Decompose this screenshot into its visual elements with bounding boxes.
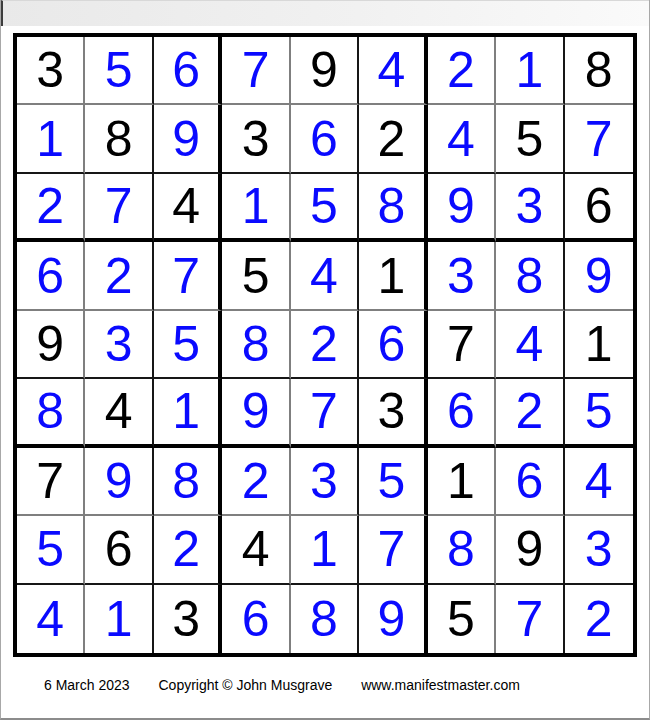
sudoku-cell-r8c1: 5 <box>17 516 85 584</box>
sudoku-cell-r4c8: 8 <box>496 242 564 310</box>
sudoku-cell-r7c7: 1 <box>428 448 496 516</box>
solved-digit: 6 <box>310 114 338 164</box>
solved-digit: 3 <box>515 181 543 231</box>
sudoku-cell-r5c6: 6 <box>359 311 427 379</box>
footer: 6 March 2023 Copyright © John Musgrave w… <box>1 677 649 693</box>
solved-digit: 3 <box>105 319 133 369</box>
solved-digit: 7 <box>515 594 543 644</box>
sudoku-cell-r2c3: 9 <box>154 105 222 173</box>
sudoku-cell-r5c3: 5 <box>154 311 222 379</box>
sudoku-cell-r4c9: 9 <box>565 242 633 310</box>
solved-digit: 8 <box>172 456 200 506</box>
solved-digit: 8 <box>515 251 543 301</box>
solved-digit: 9 <box>378 594 406 644</box>
given-digit: 4 <box>105 386 133 436</box>
solved-digit: 1 <box>515 45 543 95</box>
solved-digit: 5 <box>585 386 613 436</box>
solved-digit: 8 <box>310 594 338 644</box>
sudoku-cell-r2c2: 8 <box>85 105 153 173</box>
sudoku-cell-r3c5: 5 <box>291 174 359 242</box>
solved-digit: 9 <box>447 181 475 231</box>
sudoku-cell-r8c9: 3 <box>565 516 633 584</box>
sudoku-cell-r3c3: 4 <box>154 174 222 242</box>
given-digit: 7 <box>447 319 475 369</box>
sudoku-cell-r2c7: 4 <box>428 105 496 173</box>
sudoku-cell-r6c4: 9 <box>222 379 290 447</box>
sudoku-cell-r1c7: 2 <box>428 37 496 105</box>
footer-website: www.manifestmaster.com <box>361 677 520 693</box>
sudoku-cell-r5c8: 4 <box>496 311 564 379</box>
solved-digit: 3 <box>585 524 613 574</box>
sudoku-cell-r9c3: 3 <box>154 585 222 653</box>
sudoku-cell-r9c2: 1 <box>85 585 153 653</box>
solved-digit: 4 <box>515 319 543 369</box>
solved-digit: 8 <box>378 181 406 231</box>
given-digit: 4 <box>172 181 200 231</box>
given-digit: 5 <box>242 251 270 301</box>
solved-digit: 1 <box>36 114 64 164</box>
solved-digit: 1 <box>310 524 338 574</box>
sudoku-cell-r5c1: 9 <box>17 311 85 379</box>
sudoku-cell-r3c1: 2 <box>17 174 85 242</box>
solved-digit: 5 <box>310 181 338 231</box>
solved-digit: 9 <box>585 251 613 301</box>
sudoku-cell-r8c5: 1 <box>291 516 359 584</box>
given-digit: 9 <box>36 319 64 369</box>
given-digit: 5 <box>515 114 543 164</box>
sudoku-cell-r3c9: 6 <box>565 174 633 242</box>
given-digit: 1 <box>447 456 475 506</box>
sudoku-cell-r5c9: 1 <box>565 311 633 379</box>
solved-digit: 7 <box>172 251 200 301</box>
sudoku-cell-r2c8: 5 <box>496 105 564 173</box>
solved-digit: 8 <box>36 386 64 436</box>
solved-digit: 8 <box>242 319 270 369</box>
solved-digit: 6 <box>242 594 270 644</box>
solved-digit: 4 <box>378 45 406 95</box>
solved-digit: 2 <box>36 181 64 231</box>
solved-digit: 7 <box>242 45 270 95</box>
solved-digit: 2 <box>172 524 200 574</box>
solved-digit: 2 <box>105 251 133 301</box>
solved-digit: 2 <box>310 319 338 369</box>
given-digit: 6 <box>585 181 613 231</box>
sudoku-cell-r5c4: 8 <box>222 311 290 379</box>
solved-digit: 6 <box>36 251 64 301</box>
given-digit: 9 <box>310 45 338 95</box>
given-digit: 8 <box>105 114 133 164</box>
solved-digit: 6 <box>515 456 543 506</box>
given-digit: 4 <box>242 524 270 574</box>
given-digit: 6 <box>105 524 133 574</box>
solved-digit: 8 <box>447 524 475 574</box>
solved-digit: 7 <box>105 181 133 231</box>
sudoku-cell-r1c9: 8 <box>565 37 633 105</box>
solved-digit: 5 <box>36 524 64 574</box>
solved-digit: 2 <box>242 456 270 506</box>
solved-digit: 4 <box>447 114 475 164</box>
sudoku-cell-r5c7: 7 <box>428 311 496 379</box>
sudoku-cell-r7c8: 6 <box>496 448 564 516</box>
sudoku-cell-r1c3: 6 <box>154 37 222 105</box>
given-digit: 8 <box>585 45 613 95</box>
sudoku-cell-r6c8: 2 <box>496 379 564 447</box>
solved-digit: 2 <box>447 45 475 95</box>
sudoku-cell-r7c9: 4 <box>565 448 633 516</box>
sudoku-cell-r4c4: 5 <box>222 242 290 310</box>
sudoku-cell-r7c1: 7 <box>17 448 85 516</box>
sudoku-cell-r6c1: 8 <box>17 379 85 447</box>
sudoku-cell-r8c2: 6 <box>85 516 153 584</box>
sudoku-cell-r3c7: 9 <box>428 174 496 242</box>
sudoku-cell-r8c7: 8 <box>428 516 496 584</box>
sudoku-cell-r3c2: 7 <box>85 174 153 242</box>
sudoku-cell-r6c2: 4 <box>85 379 153 447</box>
solved-digit: 2 <box>585 594 613 644</box>
solved-digit: 1 <box>172 386 200 436</box>
sudoku-cell-r4c6: 1 <box>359 242 427 310</box>
given-digit: 3 <box>378 386 406 436</box>
sudoku-cell-r1c1: 3 <box>17 37 85 105</box>
given-digit: 7 <box>36 456 64 506</box>
footer-date: 6 March 2023 <box>44 677 130 693</box>
sudoku-cell-r7c6: 5 <box>359 448 427 516</box>
solved-digit: 2 <box>515 386 543 436</box>
solved-digit: 9 <box>242 386 270 436</box>
sudoku-board: 3567942181893624572741589366275413899358… <box>13 33 637 657</box>
sudoku-cell-r9c1: 4 <box>17 585 85 653</box>
given-digit: 9 <box>515 524 543 574</box>
solved-digit: 9 <box>172 114 200 164</box>
sudoku-cell-r9c5: 8 <box>291 585 359 653</box>
window-top-bar <box>1 0 649 26</box>
solved-digit: 5 <box>172 319 200 369</box>
solved-digit: 3 <box>310 456 338 506</box>
solved-digit: 7 <box>378 524 406 574</box>
solved-digit: 1 <box>105 594 133 644</box>
sudoku-cell-r1c4: 7 <box>222 37 290 105</box>
sudoku-cell-r1c2: 5 <box>85 37 153 105</box>
sudoku-cell-r9c8: 7 <box>496 585 564 653</box>
sudoku-cell-r1c8: 1 <box>496 37 564 105</box>
given-digit: 3 <box>172 594 200 644</box>
sudoku-cell-r3c8: 3 <box>496 174 564 242</box>
solved-digit: 7 <box>585 114 613 164</box>
sudoku-cell-r3c6: 8 <box>359 174 427 242</box>
sudoku-cell-r5c5: 2 <box>291 311 359 379</box>
sudoku-cell-r4c3: 7 <box>154 242 222 310</box>
sudoku-cell-r7c3: 8 <box>154 448 222 516</box>
sudoku-cell-r2c4: 3 <box>222 105 290 173</box>
sudoku-cell-r9c9: 2 <box>565 585 633 653</box>
sudoku-cell-r3c4: 1 <box>222 174 290 242</box>
sudoku-cell-r8c4: 4 <box>222 516 290 584</box>
sudoku-cell-r8c6: 7 <box>359 516 427 584</box>
solved-digit: 6 <box>378 319 406 369</box>
sudoku-cell-r4c7: 3 <box>428 242 496 310</box>
sudoku-cell-r6c3: 1 <box>154 379 222 447</box>
solved-digit: 6 <box>447 386 475 436</box>
solved-digit: 4 <box>310 251 338 301</box>
sudoku-cell-r8c8: 9 <box>496 516 564 584</box>
sudoku-cell-r5c2: 3 <box>85 311 153 379</box>
solved-digit: 5 <box>378 456 406 506</box>
solved-digit: 4 <box>585 456 613 506</box>
sudoku-cell-r1c6: 4 <box>359 37 427 105</box>
sudoku-cell-r9c7: 5 <box>428 585 496 653</box>
sudoku-cell-r7c2: 9 <box>85 448 153 516</box>
solved-digit: 4 <box>36 594 64 644</box>
sudoku-cell-r1c5: 9 <box>291 37 359 105</box>
sudoku-cell-r9c6: 9 <box>359 585 427 653</box>
sudoku-cell-r2c9: 7 <box>565 105 633 173</box>
given-digit: 2 <box>378 114 406 164</box>
sudoku-cell-r8c3: 2 <box>154 516 222 584</box>
sudoku-cell-r2c6: 2 <box>359 105 427 173</box>
sudoku-cell-r2c1: 1 <box>17 105 85 173</box>
given-digit: 1 <box>378 251 406 301</box>
solved-digit: 1 <box>242 181 270 231</box>
given-digit: 1 <box>585 319 613 369</box>
sudoku-cell-r6c6: 3 <box>359 379 427 447</box>
sudoku-cell-r7c5: 3 <box>291 448 359 516</box>
sudoku-cell-r4c2: 2 <box>85 242 153 310</box>
page: 3567942181893624572741589366275413899358… <box>0 0 650 720</box>
solved-digit: 3 <box>447 251 475 301</box>
sudoku-cell-r7c4: 2 <box>222 448 290 516</box>
sudoku-cell-r9c4: 6 <box>222 585 290 653</box>
footer-copyright: Copyright © John Musgrave <box>159 677 333 693</box>
sudoku-cell-r6c7: 6 <box>428 379 496 447</box>
sudoku-cell-r6c9: 5 <box>565 379 633 447</box>
given-digit: 3 <box>242 114 270 164</box>
solved-digit: 6 <box>172 45 200 95</box>
given-digit: 3 <box>36 45 64 95</box>
sudoku-cell-r4c5: 4 <box>291 242 359 310</box>
sudoku-cell-r6c5: 7 <box>291 379 359 447</box>
given-digit: 5 <box>447 594 475 644</box>
solved-digit: 9 <box>105 456 133 506</box>
solved-digit: 7 <box>310 386 338 436</box>
solved-digit: 5 <box>105 45 133 95</box>
sudoku-cell-r2c5: 6 <box>291 105 359 173</box>
sudoku-cell-r4c1: 6 <box>17 242 85 310</box>
